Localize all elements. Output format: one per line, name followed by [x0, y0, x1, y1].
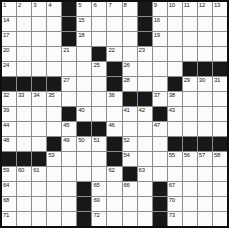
white-cell[interactable]: 26: [123, 62, 137, 76]
clue-number: 42: [139, 107, 145, 114]
white-cell[interactable]: 46: [107, 122, 121, 136]
white-cell[interactable]: [92, 32, 106, 46]
white-cell[interactable]: 21: [62, 47, 76, 61]
white-cell[interactable]: [123, 122, 137, 136]
clue-number: 11: [184, 2, 190, 9]
clue-number: 53: [48, 152, 54, 159]
white-cell[interactable]: [138, 197, 152, 211]
black-cell: [198, 62, 212, 76]
white-cell[interactable]: [213, 92, 227, 106]
white-cell[interactable]: 20: [2, 47, 16, 61]
black-cell: [123, 167, 137, 181]
white-cell[interactable]: 8: [123, 2, 137, 16]
clue-number: 29: [184, 77, 190, 84]
clue-number: 37: [154, 92, 160, 99]
black-cell: [138, 17, 152, 31]
clue-number: 15: [78, 17, 84, 24]
white-cell[interactable]: [168, 122, 182, 136]
white-cell[interactable]: [153, 47, 167, 61]
black-cell: [92, 47, 106, 61]
white-cell[interactable]: [183, 92, 197, 106]
clue-number: 22: [108, 47, 114, 54]
clue-number: 23: [139, 47, 145, 54]
white-cell[interactable]: 23: [138, 47, 152, 61]
white-cell[interactable]: [107, 212, 121, 226]
white-cell[interactable]: 53: [47, 152, 61, 166]
white-cell[interactable]: [183, 167, 197, 181]
white-cell[interactable]: [47, 167, 61, 181]
white-cell[interactable]: [168, 167, 182, 181]
clue-number: 43: [169, 107, 175, 114]
white-cell[interactable]: [17, 182, 31, 196]
clue-number: 28: [124, 77, 130, 84]
white-cell[interactable]: 42: [138, 107, 152, 121]
black-cell: [107, 137, 121, 151]
white-cell[interactable]: [198, 92, 212, 106]
black-cell: [153, 182, 167, 196]
white-cell[interactable]: 34: [32, 92, 46, 106]
white-cell[interactable]: [183, 197, 197, 211]
white-cell[interactable]: 70: [168, 197, 182, 211]
white-cell[interactable]: [62, 182, 76, 196]
clue-number: 7: [108, 2, 111, 9]
white-cell[interactable]: 56: [183, 152, 197, 166]
black-cell: [198, 137, 212, 151]
white-cell[interactable]: [32, 122, 46, 136]
clue-number: 35: [48, 92, 54, 99]
white-cell[interactable]: 27: [62, 77, 76, 91]
white-cell[interactable]: 54: [123, 152, 137, 166]
white-cell[interactable]: [153, 137, 167, 151]
clue-number: 59: [3, 167, 9, 174]
white-cell[interactable]: [92, 107, 106, 121]
white-cell[interactable]: [198, 17, 212, 31]
white-cell[interactable]: [198, 167, 212, 181]
clue-number: 9: [154, 2, 157, 9]
clue-number: 24: [3, 62, 9, 69]
white-cell[interactable]: [77, 167, 91, 181]
white-cell[interactable]: [92, 152, 106, 166]
white-cell[interactable]: [62, 212, 76, 226]
white-cell[interactable]: [92, 77, 106, 91]
black-cell: [168, 137, 182, 151]
white-cell[interactable]: [47, 62, 61, 76]
black-cell: [77, 182, 91, 196]
white-cell[interactable]: 40: [77, 107, 91, 121]
white-cell[interactable]: [123, 212, 137, 226]
white-cell[interactable]: [183, 122, 197, 136]
black-cell: [62, 32, 76, 46]
white-cell[interactable]: [183, 107, 197, 121]
white-cell[interactable]: [123, 197, 137, 211]
black-cell: [153, 212, 167, 226]
white-cell[interactable]: [107, 17, 121, 31]
white-cell[interactable]: [213, 32, 227, 46]
white-cell[interactable]: [62, 167, 76, 181]
clue-number: 30: [199, 77, 205, 84]
white-cell[interactable]: 44: [2, 122, 16, 136]
white-cell[interactable]: 65: [92, 182, 106, 196]
black-cell: [2, 77, 16, 91]
clue-number: 55: [169, 152, 175, 159]
clue-number: 33: [18, 92, 24, 99]
clue-number: 48: [3, 137, 9, 144]
white-cell[interactable]: 28: [123, 77, 137, 91]
black-cell: [62, 17, 76, 31]
clue-number: 54: [124, 152, 130, 159]
black-cell: [62, 2, 76, 16]
white-cell[interactable]: 59: [2, 167, 16, 181]
white-cell[interactable]: [198, 47, 212, 61]
white-cell[interactable]: [92, 17, 106, 31]
clue-number: 67: [169, 182, 175, 189]
clue-number: 36: [108, 92, 114, 99]
white-cell[interactable]: [107, 182, 121, 196]
white-cell[interactable]: [32, 137, 46, 151]
white-cell[interactable]: [138, 62, 152, 76]
black-cell: [47, 77, 61, 91]
white-cell[interactable]: 41: [123, 107, 137, 121]
white-cell[interactable]: 68: [2, 197, 16, 211]
black-cell: [77, 212, 91, 226]
white-cell[interactable]: 35: [47, 92, 61, 106]
white-cell[interactable]: [62, 152, 76, 166]
white-cell[interactable]: [138, 212, 152, 226]
white-cell[interactable]: 62: [107, 167, 121, 181]
clue-number: 56: [184, 152, 190, 159]
white-cell[interactable]: [123, 17, 137, 31]
white-cell[interactable]: 49: [62, 137, 76, 151]
black-cell: [107, 77, 121, 91]
black-cell: [153, 107, 167, 121]
clue-number: 21: [63, 47, 69, 54]
black-cell: [32, 152, 46, 166]
clue-number: 61: [33, 167, 39, 174]
white-cell[interactable]: [198, 32, 212, 46]
white-cell[interactable]: 31: [213, 77, 227, 91]
white-cell[interactable]: 13: [213, 2, 227, 16]
clue-number: 13: [214, 2, 220, 9]
white-cell[interactable]: 73: [168, 212, 182, 226]
black-cell: [77, 197, 91, 211]
black-cell: [32, 77, 46, 91]
clue-number: 6: [93, 2, 96, 9]
white-cell[interactable]: [17, 212, 31, 226]
clue-number: 65: [93, 182, 99, 189]
white-cell[interactable]: [123, 32, 137, 46]
white-cell[interactable]: [138, 77, 152, 91]
white-cell[interactable]: [32, 47, 46, 61]
white-cell[interactable]: 43: [168, 107, 182, 121]
white-cell[interactable]: [123, 47, 137, 61]
white-cell[interactable]: [92, 167, 106, 181]
white-cell[interactable]: [17, 47, 31, 61]
white-cell[interactable]: [32, 212, 46, 226]
black-cell: [107, 62, 121, 76]
black-cell: [213, 137, 227, 151]
clue-number: 25: [93, 62, 99, 69]
clue-number: 70: [169, 197, 175, 204]
clue-number: 46: [108, 122, 114, 129]
clue-number: 62: [108, 167, 114, 174]
black-cell: [183, 137, 197, 151]
white-cell[interactable]: 25: [92, 62, 106, 76]
white-cell[interactable]: 72: [92, 212, 106, 226]
white-cell[interactable]: 5: [77, 2, 91, 16]
white-cell[interactable]: [168, 47, 182, 61]
clue-number: 47: [154, 122, 160, 129]
white-cell[interactable]: 22: [107, 47, 121, 61]
white-cell[interactable]: 14: [2, 17, 16, 31]
white-cell[interactable]: [17, 122, 31, 136]
white-cell[interactable]: [17, 107, 31, 121]
white-cell[interactable]: [17, 137, 31, 151]
clue-number: 50: [78, 137, 84, 144]
clue-number: 66: [124, 182, 130, 189]
white-cell[interactable]: 15: [77, 17, 91, 31]
white-cell[interactable]: 17: [2, 32, 16, 46]
white-cell[interactable]: [198, 212, 212, 226]
clue-number: 3: [33, 2, 36, 9]
clue-number: 39: [3, 107, 9, 114]
clue-number: 52: [124, 137, 130, 144]
white-cell[interactable]: [183, 17, 197, 31]
black-cell: [92, 122, 106, 136]
white-cell[interactable]: 38: [168, 92, 182, 106]
white-cell[interactable]: [107, 107, 121, 121]
white-cell[interactable]: 55: [168, 152, 182, 166]
white-cell[interactable]: [77, 77, 91, 91]
crossword-board: 1234567891011121314151617181920212223242…: [0, 0, 229, 228]
white-cell[interactable]: 32: [2, 92, 16, 106]
white-cell[interactable]: [32, 107, 46, 121]
white-cell[interactable]: [138, 152, 152, 166]
clue-number: 17: [3, 32, 9, 39]
white-cell[interactable]: [47, 197, 61, 211]
white-cell[interactable]: 7: [107, 2, 121, 16]
white-cell[interactable]: 67: [168, 182, 182, 196]
white-cell[interactable]: [213, 17, 227, 31]
black-cell: [138, 2, 152, 16]
white-cell[interactable]: [47, 47, 61, 61]
white-cell[interactable]: [92, 92, 106, 106]
white-cell[interactable]: [77, 62, 91, 76]
white-cell[interactable]: [47, 212, 61, 226]
white-cell[interactable]: [47, 17, 61, 31]
white-cell[interactable]: [17, 17, 31, 31]
white-cell[interactable]: 47: [153, 122, 167, 136]
black-cell: [213, 62, 227, 76]
clue-number: 4: [48, 2, 51, 9]
white-cell[interactable]: 19: [153, 32, 167, 46]
clue-number: 19: [154, 32, 160, 39]
white-cell[interactable]: 57: [198, 152, 212, 166]
white-cell[interactable]: [32, 32, 46, 46]
white-cell[interactable]: [183, 212, 197, 226]
clue-number: 60: [18, 167, 24, 174]
white-cell[interactable]: 16: [153, 17, 167, 31]
white-cell[interactable]: [47, 32, 61, 46]
black-cell: [168, 77, 182, 91]
black-cell: [138, 92, 152, 106]
white-cell[interactable]: 2: [17, 2, 31, 16]
white-cell[interactable]: [32, 17, 46, 31]
clue-number: 57: [199, 152, 205, 159]
clue-number: 20: [3, 47, 9, 54]
white-cell[interactable]: [138, 182, 152, 196]
black-cell: [47, 137, 61, 151]
clue-number: 12: [199, 2, 205, 9]
white-cell[interactable]: [32, 197, 46, 211]
black-cell: [107, 152, 121, 166]
clue-number: 41: [124, 107, 130, 114]
white-cell[interactable]: [198, 182, 212, 196]
white-cell[interactable]: 6: [92, 2, 106, 16]
clue-number: 45: [63, 122, 69, 129]
white-cell[interactable]: 11: [183, 2, 197, 16]
white-cell[interactable]: 64: [2, 182, 16, 196]
white-cell[interactable]: [213, 212, 227, 226]
white-cell[interactable]: [138, 122, 152, 136]
white-cell[interactable]: [213, 182, 227, 196]
clue-number: 63: [139, 167, 145, 174]
black-cell: [183, 62, 197, 76]
white-cell[interactable]: [77, 47, 91, 61]
white-cell[interactable]: [198, 107, 212, 121]
white-cell[interactable]: [77, 92, 91, 106]
white-cell[interactable]: 48: [2, 137, 16, 151]
white-cell[interactable]: [107, 32, 121, 46]
clue-number: 71: [3, 212, 9, 219]
white-cell[interactable]: 24: [2, 62, 16, 76]
white-cell[interactable]: [168, 62, 182, 76]
clue-number: 26: [124, 62, 130, 69]
white-cell[interactable]: [107, 197, 121, 211]
black-cell: [123, 92, 137, 106]
white-cell[interactable]: [17, 62, 31, 76]
clue-number: 58: [214, 152, 220, 159]
white-cell[interactable]: [47, 182, 61, 196]
white-cell[interactable]: 58: [213, 152, 227, 166]
clue-number: 49: [63, 137, 69, 144]
clue-number: 5: [78, 2, 81, 9]
white-cell[interactable]: 9: [153, 2, 167, 16]
white-cell[interactable]: 51: [92, 137, 106, 151]
white-cell[interactable]: [32, 182, 46, 196]
white-cell[interactable]: [198, 122, 212, 136]
white-cell[interactable]: [183, 47, 197, 61]
white-cell[interactable]: 50: [77, 137, 91, 151]
white-cell[interactable]: [213, 122, 227, 136]
clue-number: 14: [3, 17, 9, 24]
white-cell[interactable]: [47, 107, 61, 121]
white-cell[interactable]: 66: [123, 182, 137, 196]
white-cell[interactable]: [17, 197, 31, 211]
white-cell[interactable]: [198, 197, 212, 211]
white-cell[interactable]: [62, 62, 76, 76]
clue-number: 16: [154, 17, 160, 24]
clue-number: 31: [214, 77, 220, 84]
white-cell[interactable]: 12: [198, 2, 212, 16]
white-cell[interactable]: 33: [17, 92, 31, 106]
clue-number: 68: [3, 197, 9, 204]
white-cell[interactable]: 39: [2, 107, 16, 121]
white-cell[interactable]: 45: [62, 122, 76, 136]
white-cell[interactable]: [77, 152, 91, 166]
white-cell[interactable]: 10: [168, 2, 182, 16]
white-cell[interactable]: [183, 32, 197, 46]
white-cell[interactable]: 63: [138, 167, 152, 181]
white-cell[interactable]: [32, 62, 46, 76]
clue-number: 38: [169, 92, 175, 99]
white-cell[interactable]: [168, 32, 182, 46]
white-cell[interactable]: 71: [2, 212, 16, 226]
white-cell[interactable]: 60: [17, 167, 31, 181]
clue-number: 72: [93, 212, 99, 219]
white-cell[interactable]: [153, 77, 167, 91]
white-cell[interactable]: 3: [32, 2, 46, 16]
clue-number: 27: [63, 77, 69, 84]
clue-number: 1: [3, 2, 6, 9]
black-cell: [77, 122, 91, 136]
clue-number: 18: [78, 32, 84, 39]
white-cell[interactable]: [213, 47, 227, 61]
white-cell[interactable]: [168, 17, 182, 31]
white-cell[interactable]: [213, 167, 227, 181]
clue-number: 44: [3, 122, 9, 129]
black-cell: [138, 32, 152, 46]
white-cell[interactable]: 69: [92, 197, 106, 211]
clue-number: 51: [93, 137, 99, 144]
white-cell[interactable]: [153, 152, 167, 166]
clue-number: 2: [18, 2, 21, 9]
white-cell[interactable]: [213, 197, 227, 211]
white-cell[interactable]: [62, 197, 76, 211]
white-cell[interactable]: 18: [77, 32, 91, 46]
white-cell[interactable]: 61: [32, 167, 46, 181]
clue-number: 69: [93, 197, 99, 204]
white-cell[interactable]: 1: [2, 2, 16, 16]
white-cell[interactable]: 30: [198, 77, 212, 91]
white-cell[interactable]: [62, 92, 76, 106]
clue-number: 10: [169, 2, 175, 9]
white-cell[interactable]: [153, 62, 167, 76]
clue-number: 64: [3, 182, 9, 189]
clue-number: 32: [3, 92, 9, 99]
white-cell[interactable]: 29: [183, 77, 197, 91]
white-cell[interactable]: 37: [153, 92, 167, 106]
clue-number: 8: [124, 2, 127, 9]
black-cell: [17, 152, 31, 166]
white-cell[interactable]: 52: [123, 137, 137, 151]
white-cell[interactable]: [47, 122, 61, 136]
white-cell[interactable]: 36: [107, 92, 121, 106]
white-cell[interactable]: [138, 137, 152, 151]
white-cell[interactable]: [213, 107, 227, 121]
white-cell[interactable]: [153, 167, 167, 181]
clue-number: 73: [169, 212, 175, 219]
white-cell[interactable]: 4: [47, 2, 61, 16]
black-cell: [17, 77, 31, 91]
black-cell: [62, 107, 76, 121]
white-cell[interactable]: [183, 182, 197, 196]
clue-number: 40: [78, 107, 84, 114]
white-cell[interactable]: [17, 32, 31, 46]
clue-number: 34: [33, 92, 39, 99]
black-cell: [153, 197, 167, 211]
black-cell: [2, 152, 16, 166]
